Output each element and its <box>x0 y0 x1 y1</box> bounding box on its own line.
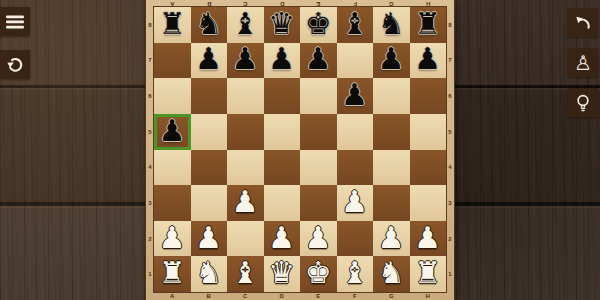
piece-white-pawn: ♟ <box>268 223 295 253</box>
rank-left-label-3: 3 <box>146 185 154 221</box>
rank-labels-left: 87654321 <box>146 7 154 292</box>
rank-left-label-6: 6 <box>146 78 154 114</box>
file-bottom-label-a: A <box>154 292 191 300</box>
menu-button[interactable] <box>0 7 30 36</box>
piece-white-rook: ♜ <box>159 258 186 288</box>
square-d3[interactable] <box>264 185 301 221</box>
restart-icon <box>5 55 25 75</box>
square-a6[interactable] <box>154 78 191 114</box>
piece-black-bishop: ♝ <box>232 9 259 39</box>
piece-black-bishop: ♝ <box>341 9 368 39</box>
piece-black-queen: ♛ <box>268 9 295 39</box>
piece-black-king: ♚ <box>305 9 332 39</box>
square-f8[interactable]: ♝ <box>337 7 374 43</box>
piece-white-pawn: ♟ <box>195 223 222 253</box>
rank-left-label-8: 8 <box>146 7 154 43</box>
square-d2[interactable]: ♟ <box>264 221 301 257</box>
square-h7[interactable]: ♟ <box>410 43 447 79</box>
rank-labels-right: 87654321 <box>446 7 454 292</box>
file-bottom-label-b: B <box>191 292 228 300</box>
rank-right-label-4: 4 <box>446 150 454 186</box>
board-grid: ♜♞♝♛♚♝♞♜♟♟♟♟♟♟♟♟♟♟♟♟♟♟♟♟♜♞♝♛♚♝♞♜ <box>154 7 446 292</box>
piece-black-pawn: ♟ <box>268 44 295 74</box>
square-h6[interactable] <box>410 78 447 114</box>
restart-button[interactable] <box>0 50 30 79</box>
square-c5[interactable] <box>227 114 264 150</box>
square-f5[interactable] <box>337 114 374 150</box>
rank-right-label-6: 6 <box>446 78 454 114</box>
square-g6[interactable] <box>373 78 410 114</box>
square-a3[interactable] <box>154 185 191 221</box>
rank-right-label-8: 8 <box>446 7 454 43</box>
square-b6[interactable] <box>191 78 228 114</box>
undo-button[interactable] <box>568 8 598 37</box>
file-bottom-label-h: H <box>410 292 447 300</box>
square-d4[interactable] <box>264 150 301 186</box>
square-b1[interactable]: ♞ <box>191 256 228 292</box>
square-f6[interactable]: ♟ <box>337 78 374 114</box>
rank-left-label-5: 5 <box>146 114 154 150</box>
square-f7[interactable] <box>337 43 374 79</box>
square-e3[interactable] <box>300 185 337 221</box>
piece-black-knight: ♞ <box>378 9 405 39</box>
piece-black-pawn: ♟ <box>378 44 405 74</box>
piece-black-pawn: ♟ <box>232 44 259 74</box>
square-a7[interactable] <box>154 43 191 79</box>
square-a1[interactable]: ♜ <box>154 256 191 292</box>
square-c2[interactable] <box>227 221 264 257</box>
square-a5[interactable]: ♟ <box>154 114 191 150</box>
square-b3[interactable] <box>191 185 228 221</box>
rank-left-label-1: 1 <box>146 256 154 292</box>
piece-white-pawn: ♟ <box>378 223 405 253</box>
file-labels-bottom: ABCDEFGH <box>154 292 446 300</box>
square-g4[interactable] <box>373 150 410 186</box>
square-e7[interactable]: ♟ <box>300 43 337 79</box>
piece-white-pawn: ♟ <box>414 223 441 253</box>
piece-white-bishop: ♝ <box>341 258 368 288</box>
square-g7[interactable]: ♟ <box>373 43 410 79</box>
piece-white-bishop: ♝ <box>232 258 259 288</box>
piece-white-knight: ♞ <box>378 258 405 288</box>
square-d1[interactable]: ♛ <box>264 256 301 292</box>
chess-board: ABCDEFGH ABCDEFGH 87654321 87654321 ♜♞♝♛… <box>146 0 454 300</box>
file-bottom-label-g: G <box>373 292 410 300</box>
square-f4[interactable] <box>337 150 374 186</box>
square-d8[interactable]: ♛ <box>264 7 301 43</box>
square-b2[interactable]: ♟ <box>191 221 228 257</box>
square-f3[interactable]: ♟ <box>337 185 374 221</box>
rank-right-label-1: 1 <box>446 256 454 292</box>
square-e5[interactable] <box>300 114 337 150</box>
rank-left-label-4: 4 <box>146 150 154 186</box>
square-h8[interactable]: ♜ <box>410 7 447 43</box>
square-a4[interactable] <box>154 150 191 186</box>
menu-icon <box>6 15 24 29</box>
rank-left-label-2: 2 <box>146 221 154 257</box>
piece-white-pawn: ♟ <box>341 187 368 217</box>
square-c4[interactable] <box>227 150 264 186</box>
square-h3[interactable] <box>410 185 447 221</box>
undo-icon <box>573 13 593 33</box>
square-c3[interactable]: ♟ <box>227 185 264 221</box>
square-a8[interactable]: ♜ <box>154 7 191 43</box>
piece-white-king: ♚ <box>305 258 332 288</box>
square-g2[interactable]: ♟ <box>373 221 410 257</box>
pawn-icon: ♙ <box>574 53 592 73</box>
square-g1[interactable]: ♞ <box>373 256 410 292</box>
piece-white-knight: ♞ <box>195 258 222 288</box>
file-bottom-label-e: E <box>300 292 337 300</box>
file-bottom-label-c: C <box>227 292 264 300</box>
piece-white-pawn: ♟ <box>305 223 332 253</box>
square-d6[interactable] <box>264 78 301 114</box>
file-bottom-label-d: D <box>264 292 301 300</box>
rank-right-label-3: 3 <box>446 185 454 221</box>
piece-white-pawn: ♟ <box>159 223 186 253</box>
piece-black-rook: ♜ <box>414 9 441 39</box>
piece-style-button[interactable]: ♙ <box>568 48 598 77</box>
piece-black-pawn: ♟ <box>305 44 332 74</box>
square-h1[interactable]: ♜ <box>410 256 447 292</box>
piece-white-rook: ♜ <box>414 258 441 288</box>
square-d5[interactable] <box>264 114 301 150</box>
square-e1[interactable]: ♚ <box>300 256 337 292</box>
square-f1[interactable]: ♝ <box>337 256 374 292</box>
chess-app-screen: ABCDEFGH ABCDEFGH 87654321 87654321 ♜♞♝♛… <box>0 0 600 300</box>
square-h4[interactable] <box>410 150 447 186</box>
square-e8[interactable]: ♚ <box>300 7 337 43</box>
piece-black-pawn: ♟ <box>159 116 186 146</box>
square-e6[interactable] <box>300 78 337 114</box>
square-f2[interactable] <box>337 221 374 257</box>
square-d7[interactable]: ♟ <box>264 43 301 79</box>
piece-black-rook: ♜ <box>159 9 186 39</box>
file-bottom-label-f: F <box>337 292 374 300</box>
square-g3[interactable] <box>373 185 410 221</box>
square-e4[interactable] <box>300 150 337 186</box>
square-c8[interactable]: ♝ <box>227 7 264 43</box>
piece-black-knight: ♞ <box>195 9 222 39</box>
rank-right-label-7: 7 <box>446 43 454 79</box>
rank-left-label-7: 7 <box>146 43 154 79</box>
square-h5[interactable] <box>410 114 447 150</box>
piece-black-pawn: ♟ <box>195 44 222 74</box>
square-e2[interactable]: ♟ <box>300 221 337 257</box>
square-b8[interactable]: ♞ <box>191 7 228 43</box>
square-h2[interactable]: ♟ <box>410 221 447 257</box>
square-g8[interactable]: ♞ <box>373 7 410 43</box>
hint-button[interactable] <box>568 88 598 117</box>
piece-white-queen: ♛ <box>268 258 295 288</box>
piece-black-pawn: ♟ <box>341 80 368 110</box>
piece-black-pawn: ♟ <box>414 44 441 74</box>
square-a2[interactable]: ♟ <box>154 221 191 257</box>
lightbulb-icon <box>573 92 593 114</box>
rank-right-label-5: 5 <box>446 114 454 150</box>
square-c7[interactable]: ♟ <box>227 43 264 79</box>
square-c1[interactable]: ♝ <box>227 256 264 292</box>
square-b7[interactable]: ♟ <box>191 43 228 79</box>
square-c6[interactable] <box>227 78 264 114</box>
square-b5[interactable] <box>191 114 228 150</box>
rank-right-label-2: 2 <box>446 221 454 257</box>
square-b4[interactable] <box>191 150 228 186</box>
square-g5[interactable] <box>373 114 410 150</box>
piece-white-pawn: ♟ <box>232 187 259 217</box>
